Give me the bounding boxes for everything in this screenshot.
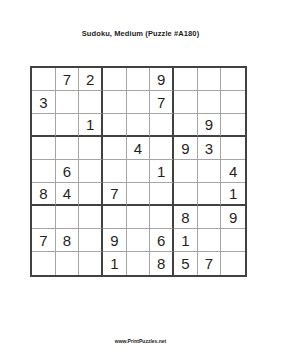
footer-url: www.PrintPuzzles.net (0, 338, 281, 344)
sudoku-cell-r3c8[interactable]: 9 (198, 114, 222, 137)
sudoku-cell-r9c5[interactable] (127, 252, 151, 275)
sudoku-cell-r7c2[interactable] (56, 206, 80, 229)
sudoku-cell-r4c6[interactable] (150, 137, 174, 160)
sudoku-cell-r8c5[interactable] (127, 229, 151, 252)
page: Sudoku, Medium (Puzzle #A180) 7293719493… (0, 0, 281, 363)
sudoku-cell-r2c8[interactable] (198, 91, 222, 114)
sudoku-cell-r9c2[interactable] (56, 252, 80, 275)
sudoku-cell-r6c9[interactable]: 1 (221, 183, 245, 206)
sudoku-cell-r5c2[interactable]: 6 (56, 160, 80, 183)
sudoku-cell-r4c9[interactable] (221, 137, 245, 160)
sudoku-cell-r6c3[interactable] (79, 183, 103, 206)
sudoku-cell-r2c9[interactable] (221, 91, 245, 114)
sudoku-cell-r9c1[interactable] (32, 252, 56, 275)
sudoku-cell-r5c6[interactable]: 1 (150, 160, 174, 183)
sudoku-cell-r5c8[interactable] (198, 160, 222, 183)
sudoku-cell-r4c5[interactable]: 4 (127, 137, 151, 160)
sudoku-cell-r1c9[interactable] (221, 68, 245, 91)
sudoku-cell-r6c1[interactable]: 8 (32, 183, 56, 206)
sudoku-cell-r5c7[interactable] (174, 160, 198, 183)
sudoku-cell-r1c5[interactable] (127, 68, 151, 91)
sudoku-cell-r4c1[interactable] (32, 137, 56, 160)
sudoku-cell-r2c6[interactable]: 7 (150, 91, 174, 114)
sudoku-cell-r9c4[interactable]: 1 (103, 252, 127, 275)
sudoku-cell-r8c3[interactable] (79, 229, 103, 252)
sudoku-cell-r6c2[interactable]: 4 (56, 183, 80, 206)
sudoku-cell-r3c7[interactable] (174, 114, 198, 137)
sudoku-cell-r1c7[interactable] (174, 68, 198, 91)
sudoku-cell-r5c9[interactable]: 4 (221, 160, 245, 183)
sudoku-cell-r2c5[interactable] (127, 91, 151, 114)
sudoku-cell-r2c1[interactable]: 3 (32, 91, 56, 114)
sudoku-cell-r5c4[interactable] (103, 160, 127, 183)
sudoku-cell-r7c4[interactable] (103, 206, 127, 229)
sudoku-cell-r1c6[interactable]: 9 (150, 68, 174, 91)
sudoku-cell-r3c4[interactable] (103, 114, 127, 137)
page-title: Sudoku, Medium (Puzzle #A180) (0, 29, 281, 38)
sudoku-cell-r8c4[interactable]: 9 (103, 229, 127, 252)
sudoku-cell-r2c3[interactable] (79, 91, 103, 114)
sudoku-cell-r4c7[interactable]: 9 (174, 137, 198, 160)
sudoku-cell-r3c6[interactable] (150, 114, 174, 137)
sudoku-cell-r2c4[interactable] (103, 91, 127, 114)
sudoku-cell-r7c7[interactable]: 8 (174, 206, 198, 229)
sudoku-cell-r8c8[interactable] (198, 229, 222, 252)
sudoku-cell-r6c4[interactable]: 7 (103, 183, 127, 206)
sudoku-cell-r4c8[interactable]: 3 (198, 137, 222, 160)
sudoku-cell-r9c8[interactable]: 7 (198, 252, 222, 275)
sudoku-cell-r6c5[interactable] (127, 183, 151, 206)
sudoku-cell-r1c8[interactable] (198, 68, 222, 91)
sudoku-board: 7293719493614847189789611857 (30, 66, 247, 277)
sudoku-cell-r1c2[interactable]: 7 (56, 68, 80, 91)
sudoku-cell-r7c9[interactable]: 9 (221, 206, 245, 229)
sudoku-cell-r5c3[interactable] (79, 160, 103, 183)
sudoku-cell-r2c2[interactable] (56, 91, 80, 114)
sudoku-cell-r7c6[interactable] (150, 206, 174, 229)
sudoku-cell-r7c1[interactable] (32, 206, 56, 229)
sudoku-cell-r8c1[interactable]: 7 (32, 229, 56, 252)
sudoku-cell-r1c1[interactable] (32, 68, 56, 91)
sudoku-cell-r4c3[interactable] (79, 137, 103, 160)
sudoku-cell-r8c7[interactable]: 1 (174, 229, 198, 252)
sudoku-cell-r3c3[interactable]: 1 (79, 114, 103, 137)
sudoku-cell-r8c9[interactable] (221, 229, 245, 252)
sudoku-cell-r1c3[interactable]: 2 (79, 68, 103, 91)
sudoku-cell-r3c2[interactable] (56, 114, 80, 137)
sudoku-cell-r9c7[interactable]: 5 (174, 252, 198, 275)
sudoku-cell-r3c1[interactable] (32, 114, 56, 137)
sudoku-cell-r5c5[interactable] (127, 160, 151, 183)
sudoku-cell-r3c5[interactable] (127, 114, 151, 137)
sudoku-cell-r8c6[interactable]: 6 (150, 229, 174, 252)
sudoku-cell-r5c1[interactable] (32, 160, 56, 183)
sudoku-cell-r9c6[interactable]: 8 (150, 252, 174, 275)
sudoku-cell-r6c7[interactable] (174, 183, 198, 206)
sudoku-cell-r7c8[interactable] (198, 206, 222, 229)
sudoku-cell-r7c5[interactable] (127, 206, 151, 229)
sudoku-cell-r6c6[interactable] (150, 183, 174, 206)
sudoku-cell-r3c9[interactable] (221, 114, 245, 137)
sudoku-cell-r8c2[interactable]: 8 (56, 229, 80, 252)
sudoku-cell-r9c3[interactable] (79, 252, 103, 275)
sudoku-cell-r1c4[interactable] (103, 68, 127, 91)
sudoku-cell-r9c9[interactable] (221, 252, 245, 275)
sudoku-cell-r2c7[interactable] (174, 91, 198, 114)
sudoku-cell-r7c3[interactable] (79, 206, 103, 229)
sudoku-cell-r4c2[interactable] (56, 137, 80, 160)
sudoku-cell-r6c8[interactable] (198, 183, 222, 206)
sudoku-cell-r4c4[interactable] (103, 137, 127, 160)
